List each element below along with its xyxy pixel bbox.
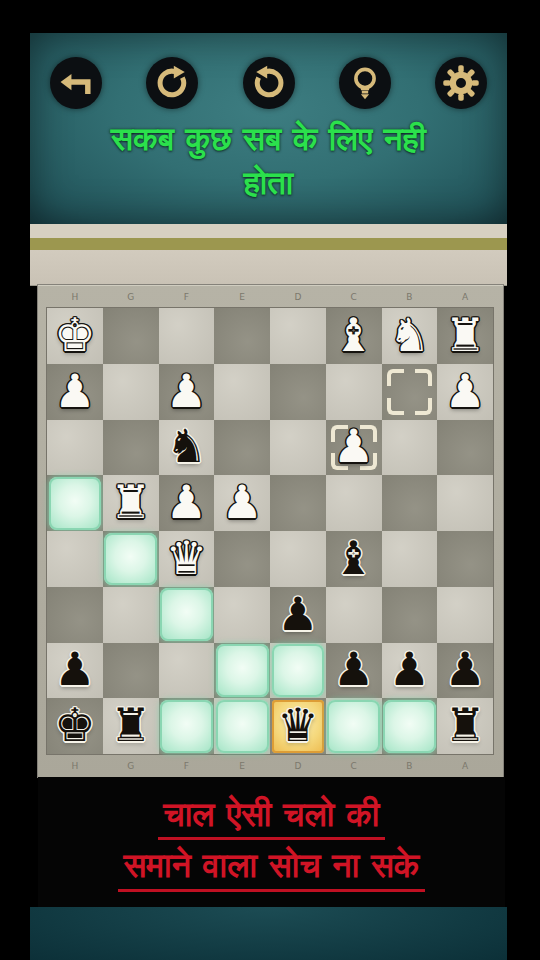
- square-a3[interactable]: [437, 420, 493, 476]
- bottom-caption-box: चाल ऐसी चलो की समाने वाला सोच ना सके: [38, 777, 505, 907]
- square-b4[interactable]: [382, 475, 438, 531]
- file-label-e: E: [214, 754, 270, 777]
- square-h6[interactable]: [47, 587, 103, 643]
- square-g1[interactable]: [103, 308, 159, 364]
- square-e1[interactable]: [214, 308, 270, 364]
- file-label-g: G: [103, 285, 159, 308]
- square-d7[interactable]: [270, 643, 326, 699]
- file-label-h: H: [47, 754, 103, 777]
- legal-move-highlight: [383, 700, 436, 753]
- black-king: ♚: [54, 702, 95, 748]
- table-edge-olive-band: [30, 238, 507, 250]
- square-f8[interactable]: [159, 698, 215, 754]
- white-pawn: ♟: [222, 479, 263, 525]
- square-g2[interactable]: [103, 364, 159, 420]
- square-c7[interactable]: ♟: [326, 643, 382, 699]
- file-label-f: F: [159, 754, 215, 777]
- square-a4[interactable]: [437, 475, 493, 531]
- white-pawn: ♟: [54, 368, 95, 414]
- square-a5[interactable]: [437, 531, 493, 587]
- square-b7[interactable]: ♟: [382, 643, 438, 699]
- white-rook: ♜: [445, 312, 486, 358]
- square-f2[interactable]: ♟: [159, 364, 215, 420]
- square-g3[interactable]: [103, 420, 159, 476]
- legal-move-highlight: [216, 644, 269, 697]
- undo-rotate-icon: [249, 63, 289, 103]
- file-label-b: B: [382, 285, 438, 308]
- file-label-e: E: [214, 285, 270, 308]
- square-d8[interactable]: ♛: [270, 698, 326, 754]
- square-f4[interactable]: ♟: [159, 475, 215, 531]
- square-a8[interactable]: ♜: [437, 698, 493, 754]
- black-knight: ♞: [166, 423, 207, 469]
- square-e6[interactable]: [214, 587, 270, 643]
- square-d2[interactable]: [270, 364, 326, 420]
- square-e7[interactable]: [214, 643, 270, 699]
- bottom-caption-line-1: चाल ऐसी चलो की: [158, 793, 386, 841]
- bottom-background: [30, 907, 507, 960]
- square-c3[interactable]: ♟: [326, 420, 382, 476]
- phone-screen: सकब कुछ सब के लिए नही होता HGFEDCBA ♚♝♞♜…: [0, 0, 540, 960]
- square-b5[interactable]: [382, 531, 438, 587]
- white-pawn: ♟: [333, 423, 374, 469]
- square-d1[interactable]: [270, 308, 326, 364]
- square-c2[interactable]: [326, 364, 382, 420]
- black-rook: ♜: [445, 702, 486, 748]
- legal-move-highlight: [104, 533, 157, 586]
- square-a7[interactable]: ♟: [437, 643, 493, 699]
- black-rook: ♜: [110, 702, 151, 748]
- file-label-b: B: [382, 754, 438, 777]
- legal-move-highlight: [272, 644, 325, 697]
- square-h4[interactable]: [47, 475, 103, 531]
- bottom-caption-line-2: समाने वाला सोच ना सके: [118, 844, 426, 892]
- square-b1[interactable]: ♞: [382, 308, 438, 364]
- square-c5[interactable]: ♝: [326, 531, 382, 587]
- white-pawn: ♟: [166, 479, 207, 525]
- square-a6[interactable]: [437, 587, 493, 643]
- lightbulb-icon: [345, 63, 385, 103]
- white-queen: ♛: [166, 535, 207, 581]
- legal-move-highlight: [160, 588, 213, 641]
- redo-refresh-icon: [152, 63, 192, 103]
- square-h5[interactable]: [47, 531, 103, 587]
- hint-button[interactable]: [339, 57, 391, 109]
- back-arrow-icon: [56, 63, 96, 103]
- white-knight: ♞: [389, 312, 430, 358]
- square-b8[interactable]: [382, 698, 438, 754]
- black-pawn: ♟: [277, 591, 318, 637]
- undo-button[interactable]: [243, 57, 295, 109]
- black-pawn: ♟: [445, 646, 486, 692]
- square-e3[interactable]: [214, 420, 270, 476]
- black-pawn: ♟: [389, 646, 430, 692]
- square-g4[interactable]: ♜: [103, 475, 159, 531]
- square-d3[interactable]: [270, 420, 326, 476]
- square-e4[interactable]: ♟: [214, 475, 270, 531]
- white-pawn: ♟: [445, 368, 486, 414]
- black-bishop: ♝: [333, 535, 374, 581]
- square-e8[interactable]: [214, 698, 270, 754]
- square-h1[interactable]: ♚: [47, 308, 103, 364]
- table-edge: [30, 224, 507, 285]
- last-move-marker: [387, 369, 433, 415]
- square-h8[interactable]: ♚: [47, 698, 103, 754]
- file-label-a: A: [437, 285, 493, 308]
- square-g8[interactable]: ♜: [103, 698, 159, 754]
- file-label-c: C: [326, 754, 382, 777]
- file-label-f: F: [159, 285, 215, 308]
- square-h3[interactable]: [47, 420, 103, 476]
- legal-move-highlight: [49, 477, 102, 530]
- square-d4[interactable]: [270, 475, 326, 531]
- square-g5[interactable]: [103, 531, 159, 587]
- app-content: सकब कुछ सब के लिए नही होता HGFEDCBA ♚♝♞♜…: [30, 33, 507, 960]
- black-pawn: ♟: [333, 646, 374, 692]
- settings-button[interactable]: [435, 57, 487, 109]
- back-button[interactable]: [50, 57, 102, 109]
- top-caption: सकब कुछ सब के लिए नही होता: [30, 117, 507, 205]
- top-caption-line-2: होता: [30, 161, 507, 205]
- square-g7[interactable]: [103, 643, 159, 699]
- square-g6[interactable]: [103, 587, 159, 643]
- square-e2[interactable]: [214, 364, 270, 420]
- white-pawn: ♟: [166, 368, 207, 414]
- square-b6[interactable]: [382, 587, 438, 643]
- square-c4[interactable]: [326, 475, 382, 531]
- table-edge-band: [30, 224, 507, 238]
- file-labels-bottom: HGFEDCBA: [47, 754, 493, 777]
- file-label-d: D: [270, 285, 326, 308]
- file-label-c: C: [326, 285, 382, 308]
- square-a1[interactable]: ♜: [437, 308, 493, 364]
- square-f3[interactable]: ♞: [159, 420, 215, 476]
- legal-move-highlight: [216, 700, 269, 753]
- square-d5[interactable]: [270, 531, 326, 587]
- table-edge-lower-band: [30, 250, 507, 286]
- file-label-d: D: [270, 754, 326, 777]
- square-a2[interactable]: ♟: [437, 364, 493, 420]
- black-queen: ♛: [277, 702, 318, 748]
- square-c6[interactable]: [326, 587, 382, 643]
- top-background: सकब कुछ सब के लिए नही होता: [30, 33, 507, 224]
- redo-button[interactable]: [146, 57, 198, 109]
- top-caption-line-1: सकब कुछ सब के लिए नही: [30, 117, 507, 161]
- chess-board-frame: HGFEDCBA ♚♝♞♜♟♟♟♞♟♜♟♟♛♝♟♟♟♟♟♚♜♛♜ HGFEDCB…: [38, 285, 503, 777]
- file-label-a: A: [437, 754, 493, 777]
- toolbar: [30, 57, 507, 109]
- square-c1[interactable]: ♝: [326, 308, 382, 364]
- square-f5[interactable]: ♛: [159, 531, 215, 587]
- gear-icon: [441, 63, 481, 103]
- file-label-h: H: [47, 285, 103, 308]
- file-label-g: G: [103, 754, 159, 777]
- square-e5[interactable]: [214, 531, 270, 587]
- white-rook: ♜: [110, 479, 151, 525]
- square-c8[interactable]: [326, 698, 382, 754]
- board-grid: ♚♝♞♜♟♟♟♞♟♜♟♟♛♝♟♟♟♟♟♚♜♛♜: [47, 308, 493, 754]
- square-f1[interactable]: [159, 308, 215, 364]
- square-h2[interactable]: ♟: [47, 364, 103, 420]
- black-pawn: ♟: [54, 646, 95, 692]
- white-king: ♚: [54, 312, 95, 358]
- square-f6[interactable]: [159, 587, 215, 643]
- square-h7[interactable]: ♟: [47, 643, 103, 699]
- white-bishop: ♝: [333, 312, 374, 358]
- file-labels-top: HGFEDCBA: [47, 285, 493, 308]
- legal-move-highlight: [160, 700, 213, 753]
- square-b2[interactable]: [382, 364, 438, 420]
- legal-move-highlight: [327, 700, 380, 753]
- square-b3[interactable]: [382, 420, 438, 476]
- square-d6[interactable]: ♟: [270, 587, 326, 643]
- square-f7[interactable]: [159, 643, 215, 699]
